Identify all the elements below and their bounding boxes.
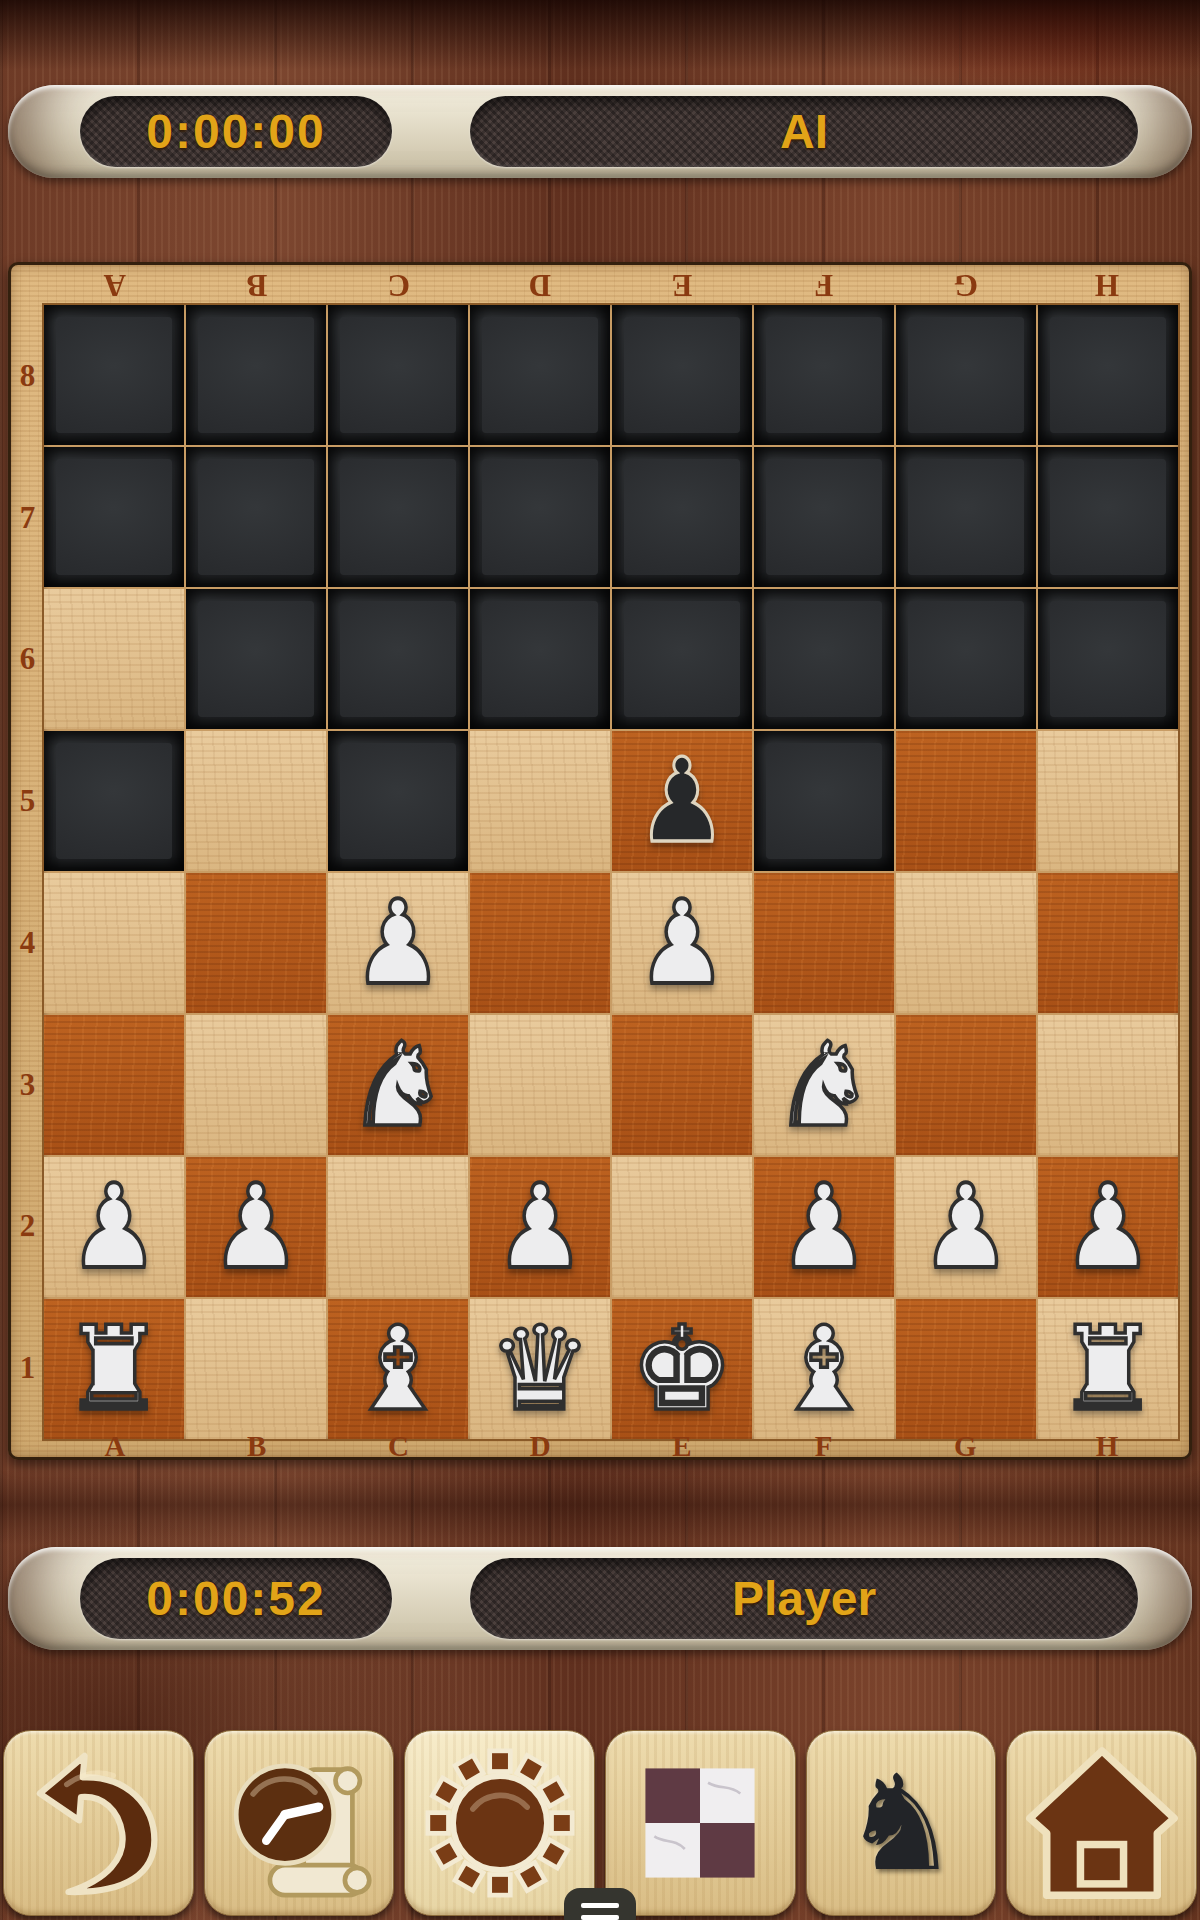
square-a4[interactable] xyxy=(44,873,184,1013)
square-h7[interactable] xyxy=(1038,447,1178,587)
square-e5[interactable]: ♟ xyxy=(612,731,752,871)
square-b3[interactable] xyxy=(186,1015,326,1155)
square-h3[interactable] xyxy=(1038,1015,1178,1155)
square-e4[interactable]: ♟ xyxy=(612,873,752,1013)
black-knight-icon: ♞ xyxy=(842,1743,960,1903)
white-pawn: ♟ xyxy=(754,1147,894,1307)
square-e1[interactable]: ♚ xyxy=(612,1299,752,1439)
square-g4[interactable] xyxy=(896,873,1036,1013)
square-c4[interactable]: ♟ xyxy=(328,873,468,1013)
ai-name: AI xyxy=(780,104,828,159)
settings-button[interactable] xyxy=(404,1730,595,1916)
square-d8[interactable] xyxy=(470,305,610,445)
square-g5[interactable] xyxy=(896,731,1036,871)
square-c5[interactable] xyxy=(328,731,468,871)
square-b8[interactable] xyxy=(186,305,326,445)
move-history-button[interactable] xyxy=(204,1730,395,1916)
square-g6[interactable] xyxy=(896,589,1036,729)
square-d1[interactable]: ♛ xyxy=(470,1299,610,1439)
square-d4[interactable] xyxy=(470,873,610,1013)
white-bishop: ♝ xyxy=(328,1299,468,1439)
square-a3[interactable] xyxy=(44,1015,184,1155)
square-b4[interactable] xyxy=(186,873,326,1013)
white-pawn: ♟ xyxy=(470,1147,610,1307)
square-e6[interactable] xyxy=(612,589,752,729)
menu-handle[interactable] xyxy=(564,1888,636,1920)
white-knight: ♞ xyxy=(754,1015,894,1155)
square-c1[interactable]: ♝ xyxy=(328,1299,468,1439)
player-clock-time: 0:00:52 xyxy=(146,1571,325,1626)
square-e3[interactable] xyxy=(612,1015,752,1155)
square-e7[interactable] xyxy=(612,447,752,587)
square-a6[interactable] xyxy=(44,589,184,729)
square-g1[interactable] xyxy=(896,1299,1036,1439)
clock-scroll-icon xyxy=(210,1734,388,1912)
square-h4[interactable] xyxy=(1038,873,1178,1013)
square-f7[interactable] xyxy=(754,447,894,587)
square-a8[interactable] xyxy=(44,305,184,445)
rank-labels-left: 87654321 xyxy=(11,305,44,1439)
square-h1[interactable]: ♜ xyxy=(1038,1299,1178,1439)
ai-clock-time: 0:00:00 xyxy=(146,104,325,159)
square-a1[interactable]: ♜ xyxy=(44,1299,184,1439)
checkerboard-icon xyxy=(615,1738,785,1908)
square-f5[interactable] xyxy=(754,731,894,871)
square-d2[interactable]: ♟ xyxy=(470,1157,610,1297)
white-pawn: ♟ xyxy=(328,863,468,1023)
square-e8[interactable] xyxy=(612,305,752,445)
square-f6[interactable] xyxy=(754,589,894,729)
square-h2[interactable]: ♟ xyxy=(1038,1157,1178,1297)
white-king: ♚ xyxy=(612,1299,752,1439)
square-b1[interactable] xyxy=(186,1299,326,1439)
player-name-plate: Player xyxy=(470,1558,1138,1639)
square-b5[interactable] xyxy=(186,731,326,871)
square-f2[interactable]: ♟ xyxy=(754,1157,894,1297)
square-d6[interactable] xyxy=(470,589,610,729)
undo-arrow-icon xyxy=(13,1738,183,1908)
square-c3[interactable]: ♞ xyxy=(328,1015,468,1155)
white-bishop: ♝ xyxy=(754,1299,894,1439)
board-grid: ♟♟♟♞♞♟♟♟♟♟♟♜♝♛♚♝♜ xyxy=(44,305,1178,1439)
square-a7[interactable] xyxy=(44,447,184,587)
square-d7[interactable] xyxy=(470,447,610,587)
sun-dial-icon xyxy=(411,1734,589,1912)
square-g3[interactable] xyxy=(896,1015,1036,1155)
square-h6[interactable] xyxy=(1038,589,1178,729)
white-pawn: ♟ xyxy=(1038,1147,1178,1307)
square-a5[interactable] xyxy=(44,731,184,871)
home-icon xyxy=(1013,1734,1191,1912)
ai-name-plate: AI xyxy=(470,96,1138,167)
square-f4[interactable] xyxy=(754,873,894,1013)
white-knight: ♞ xyxy=(328,1015,468,1155)
square-f8[interactable] xyxy=(754,305,894,445)
square-d3[interactable] xyxy=(470,1015,610,1155)
white-pawn: ♟ xyxy=(896,1147,1036,1307)
player-clock: 0:00:52 xyxy=(80,1558,392,1639)
chess-board: ABCDEFGH 87654321 87654321 ♟♟♟♞♞♟♟♟♟♟♟♜♝… xyxy=(8,262,1192,1460)
square-c8[interactable] xyxy=(328,305,468,445)
file-labels-top: ABCDEFGH xyxy=(44,267,1178,303)
square-a2[interactable]: ♟ xyxy=(44,1157,184,1297)
square-b2[interactable]: ♟ xyxy=(186,1157,326,1297)
bottom-player-bar: 0:00:52 Player xyxy=(8,1547,1192,1650)
white-queen: ♛ xyxy=(470,1299,610,1439)
square-g8[interactable] xyxy=(896,305,1036,445)
square-f1[interactable]: ♝ xyxy=(754,1299,894,1439)
black-pawn: ♟ xyxy=(612,721,752,881)
board-theme-button[interactable] xyxy=(605,1730,796,1916)
top-player-bar: 0:00:00 AI xyxy=(8,85,1192,178)
square-g7[interactable] xyxy=(896,447,1036,587)
white-rook: ♜ xyxy=(1038,1299,1178,1439)
square-c7[interactable] xyxy=(328,447,468,587)
square-d5[interactable] xyxy=(470,731,610,871)
white-pawn: ♟ xyxy=(44,1147,184,1307)
file-labels-bottom: ABCDEFGH xyxy=(44,1435,1178,1457)
square-e2[interactable] xyxy=(612,1157,752,1297)
white-pawn: ♟ xyxy=(612,863,752,1023)
ai-clock: 0:00:00 xyxy=(80,96,392,167)
piece-theme-button[interactable]: ♞ xyxy=(806,1730,997,1916)
square-b6[interactable] xyxy=(186,589,326,729)
square-g2[interactable]: ♟ xyxy=(896,1157,1036,1297)
square-h5[interactable] xyxy=(1038,731,1178,871)
player-name: Player xyxy=(732,1571,876,1626)
square-h8[interactable] xyxy=(1038,305,1178,445)
square-c2[interactable] xyxy=(328,1157,468,1297)
square-b7[interactable] xyxy=(186,447,326,587)
white-pawn: ♟ xyxy=(186,1147,326,1307)
home-button[interactable] xyxy=(1006,1730,1197,1916)
square-c6[interactable] xyxy=(328,589,468,729)
undo-button[interactable] xyxy=(3,1730,194,1916)
square-f3[interactable]: ♞ xyxy=(754,1015,894,1155)
white-rook: ♜ xyxy=(44,1299,184,1439)
